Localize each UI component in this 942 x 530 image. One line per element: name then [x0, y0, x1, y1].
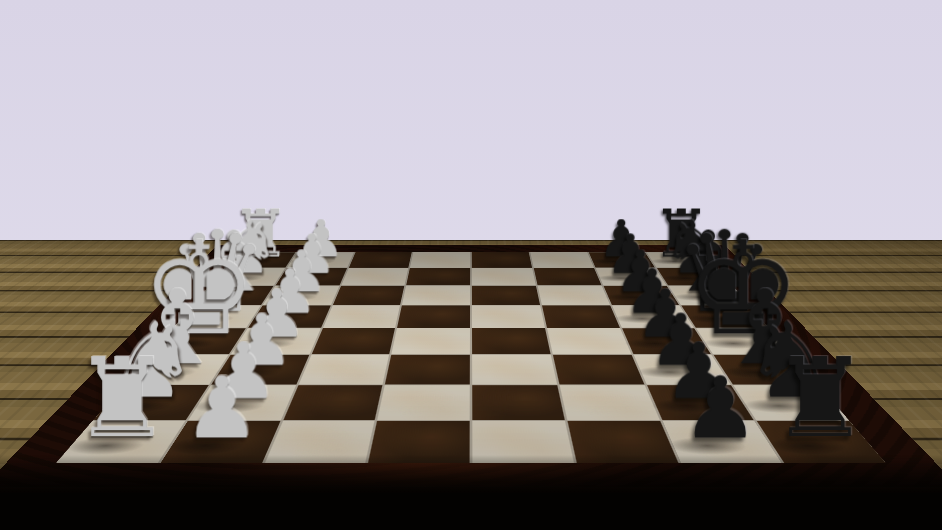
square-b3[interactable]: [341, 268, 408, 285]
square-e6[interactable]: [547, 328, 631, 353]
square-g3[interactable]: [283, 385, 383, 420]
square-h4[interactable]: [368, 421, 469, 463]
square-c5[interactable]: [472, 286, 540, 305]
square-d4[interactable]: [397, 306, 470, 328]
square-h3[interactable]: [264, 421, 375, 463]
square-c6[interactable]: [537, 286, 609, 305]
chess-scene-3d: ♜♟♟♜♞♟♟♞♝♟♟♝♛♟♟♛♚♟♟♚♝♟♟♝♞♟♟♞♜♟♟♜: [0, 0, 942, 530]
square-b4[interactable]: [406, 268, 470, 285]
square-d5[interactable]: [472, 306, 545, 328]
square-d6[interactable]: [542, 306, 620, 328]
square-h8[interactable]: ♜: [757, 421, 886, 463]
square-e4[interactable]: [392, 328, 470, 353]
square-e3[interactable]: [311, 328, 395, 353]
square-a5[interactable]: [472, 252, 532, 267]
square-f6[interactable]: [553, 355, 644, 385]
chessboard-front-edge: [0, 487, 942, 526]
square-c3[interactable]: [332, 286, 404, 305]
square-a4[interactable]: [410, 252, 470, 267]
chessboard-grid: ♜♟♟♜♞♟♟♞♝♟♟♝♛♟♟♛♚♟♟♚♝♟♟♝♞♟♟♞♜♟♟♜: [56, 252, 886, 463]
square-f3[interactable]: [298, 355, 389, 385]
square-a3[interactable]: [349, 252, 412, 267]
white-rook[interactable]: ♜: [73, 355, 171, 442]
square-b5[interactable]: [472, 268, 536, 285]
black-pawn[interactable]: ♟: [682, 374, 758, 442]
perspective-stage: ♜♟♟♜♞♟♟♞♝♟♟♝♛♟♟♛♚♟♟♚♝♟♟♝♞♟♟♞♜♟♟♜: [0, 0, 942, 530]
square-f4[interactable]: [385, 355, 470, 385]
square-h6[interactable]: [567, 421, 678, 463]
square-g6[interactable]: [559, 385, 659, 420]
square-g4[interactable]: [378, 385, 470, 420]
square-g5[interactable]: [472, 385, 564, 420]
square-b6[interactable]: [534, 268, 601, 285]
square-e5[interactable]: [472, 328, 550, 353]
square-f5[interactable]: [472, 355, 557, 385]
white-pawn[interactable]: ♟: [184, 374, 260, 442]
square-h1[interactable]: ♜: [56, 421, 185, 463]
square-a6[interactable]: [530, 252, 593, 267]
square-d3[interactable]: [323, 306, 401, 328]
square-h5[interactable]: [472, 421, 573, 463]
square-c4[interactable]: [402, 286, 470, 305]
chessboard[interactable]: ♜♟♟♜♞♟♟♞♝♟♟♝♛♟♟♛♚♟♟♚♝♟♟♝♞♟♟♞♜♟♟♜: [0, 245, 942, 487]
black-rook[interactable]: ♜: [771, 355, 869, 442]
